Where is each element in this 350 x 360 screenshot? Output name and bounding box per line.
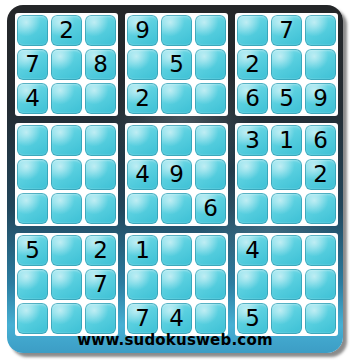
cell-r3c1[interactable]: 4 [17,83,48,114]
cell-r2c4[interactable] [127,49,158,80]
cell-r6c1[interactable] [17,193,48,224]
box-1: 2784 [15,13,118,116]
cell-r7c6[interactable] [195,235,226,266]
given-digit: 5 [279,87,294,110]
cell-r6c3[interactable] [85,193,116,224]
given-digit: 2 [313,163,328,186]
cell-r5c7[interactable] [237,159,268,190]
given-digit: 4 [245,239,260,262]
sudoku-frame: 278495272659496316252717445 www.sudokusw… [7,5,343,353]
given-digit: 8 [93,53,108,76]
cell-r6c2[interactable] [51,193,82,224]
cell-r1c1[interactable] [17,15,48,46]
cell-r6c5[interactable] [161,193,192,224]
cell-r4c3[interactable] [85,125,116,156]
box-7: 527 [15,233,118,336]
cell-r6c8[interactable] [271,193,302,224]
cell-r5c1[interactable] [17,159,48,190]
cell-r8c4[interactable] [127,269,158,300]
cell-r7c3[interactable]: 2 [85,235,116,266]
given-digit: 9 [135,19,150,42]
footer-bar: www.sudokusweb.com [7,330,343,350]
cell-r8c7[interactable] [237,269,268,300]
cell-r3c5[interactable] [161,83,192,114]
cell-r4c6[interactable] [195,125,226,156]
cell-r8c3[interactable]: 7 [85,269,116,300]
cell-r2c8[interactable] [271,49,302,80]
given-digit: 5 [169,53,184,76]
cell-r2c9[interactable] [305,49,336,80]
cell-r5c4[interactable]: 4 [127,159,158,190]
given-digit: 7 [25,53,40,76]
cell-r3c3[interactable] [85,83,116,114]
cell-r1c3[interactable] [85,15,116,46]
cell-r4c1[interactable] [17,125,48,156]
cell-r7c1[interactable]: 5 [17,235,48,266]
cell-r6c4[interactable] [127,193,158,224]
cell-r7c9[interactable] [305,235,336,266]
cell-r2c1[interactable]: 7 [17,49,48,80]
cell-r2c7[interactable]: 2 [237,49,268,80]
cell-r3c4[interactable]: 2 [127,83,158,114]
given-digit: 2 [245,53,260,76]
cell-r5c8[interactable] [271,159,302,190]
box-5: 496 [125,123,228,226]
cell-r5c5[interactable]: 9 [161,159,192,190]
cell-r7c2[interactable] [51,235,82,266]
given-digit: 4 [169,307,184,330]
cell-r6c6[interactable]: 6 [195,193,226,224]
cell-r8c1[interactable] [17,269,48,300]
box-9: 45 [235,233,338,336]
cell-r6c7[interactable] [237,193,268,224]
given-digit: 6 [313,129,328,152]
given-digit: 7 [135,307,150,330]
cell-r5c3[interactable] [85,159,116,190]
cell-r8c6[interactable] [195,269,226,300]
cell-r5c6[interactable] [195,159,226,190]
box-2: 952 [125,13,228,116]
cell-r8c9[interactable] [305,269,336,300]
given-digit: 4 [25,87,40,110]
cell-r3c9[interactable]: 9 [305,83,336,114]
cell-r2c6[interactable] [195,49,226,80]
cell-r1c5[interactable] [161,15,192,46]
given-digit: 5 [25,239,40,262]
cell-r6c9[interactable] [305,193,336,224]
cell-r1c7[interactable] [237,15,268,46]
cell-r5c9[interactable]: 2 [305,159,336,190]
given-digit: 7 [93,273,108,296]
given-digit: 4 [135,163,150,186]
sudoku-board: 278495272659496316252717445 [15,13,338,336]
cell-r4c9[interactable]: 6 [305,125,336,156]
cell-r8c5[interactable] [161,269,192,300]
given-digit: 9 [169,163,184,186]
cell-r4c8[interactable]: 1 [271,125,302,156]
cell-r3c2[interactable] [51,83,82,114]
given-digit: 2 [135,87,150,110]
given-digit: 1 [279,129,294,152]
cell-r7c7[interactable]: 4 [237,235,268,266]
cell-r1c6[interactable] [195,15,226,46]
cell-r2c2[interactable] [51,49,82,80]
box-3: 72659 [235,13,338,116]
box-4 [15,123,118,226]
cell-r1c8[interactable]: 7 [271,15,302,46]
given-digit: 6 [203,197,218,220]
box-8: 174 [125,233,228,336]
cell-r5c2[interactable] [51,159,82,190]
given-digit: 6 [245,87,260,110]
cell-r1c4[interactable]: 9 [127,15,158,46]
given-digit: 1 [135,239,150,262]
given-digit: 7 [279,19,294,42]
site-url-label: www.sudokusweb.com [77,331,272,349]
cell-r3c6[interactable] [195,83,226,114]
cell-r4c2[interactable] [51,125,82,156]
given-digit: 3 [245,129,260,152]
cell-r8c8[interactable] [271,269,302,300]
box-6: 3162 [235,123,338,226]
cell-r2c5[interactable]: 5 [161,49,192,80]
cell-r4c5[interactable] [161,125,192,156]
given-digit: 5 [245,307,260,330]
cell-r7c5[interactable] [161,235,192,266]
cell-r2c3[interactable]: 8 [85,49,116,80]
given-digit: 2 [59,19,74,42]
cell-r7c8[interactable] [271,235,302,266]
cell-r1c9[interactable] [305,15,336,46]
cell-r1c2[interactable]: 2 [51,15,82,46]
given-digit: 2 [93,239,108,262]
cell-r4c7[interactable]: 3 [237,125,268,156]
cell-r3c7[interactable]: 6 [237,83,268,114]
cell-r7c4[interactable]: 1 [127,235,158,266]
cell-r3c8[interactable]: 5 [271,83,302,114]
cell-r4c4[interactable] [127,125,158,156]
cell-r8c2[interactable] [51,269,82,300]
given-digit: 9 [313,87,328,110]
